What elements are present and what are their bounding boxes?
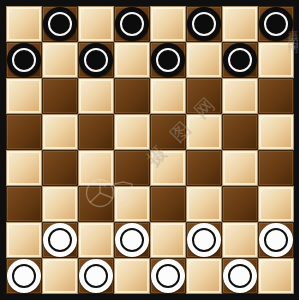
square-d5[interactable] [114,114,150,150]
square-b5[interactable] [42,114,78,150]
piece-ring [264,12,288,36]
square-h5[interactable] [258,114,294,150]
white-piece[interactable] [43,223,77,257]
piece-ring [228,264,252,288]
black-piece[interactable] [79,43,113,77]
square-e6[interactable] [150,78,186,114]
black-piece[interactable] [7,43,41,77]
piece-ring [192,12,216,36]
square-g8[interactable] [222,6,258,42]
square-d4[interactable] [114,150,150,186]
white-piece[interactable] [259,223,293,257]
piece-ring [120,12,144,36]
square-h3[interactable] [258,186,294,222]
square-b1[interactable] [42,258,78,294]
square-h4[interactable] [258,150,294,186]
square-e8[interactable] [150,6,186,42]
board-frame: 摄图网 摄图网 [0,0,299,300]
white-piece[interactable] [115,223,149,257]
piece-ring [84,264,108,288]
square-c3[interactable] [78,186,114,222]
square-a3[interactable] [6,186,42,222]
square-c8[interactable] [78,6,114,42]
black-piece[interactable] [259,7,293,41]
square-a7[interactable] [6,42,42,78]
square-b6[interactable] [42,78,78,114]
white-piece[interactable] [187,223,221,257]
piece-ring [228,48,252,72]
square-d7[interactable] [114,42,150,78]
square-g1[interactable] [222,258,258,294]
square-b3[interactable] [42,186,78,222]
black-piece[interactable] [151,43,185,77]
square-c1[interactable] [78,258,114,294]
square-a4[interactable] [6,150,42,186]
square-f3[interactable] [186,186,222,222]
piece-ring [84,48,108,72]
white-piece[interactable] [79,259,113,293]
square-g6[interactable] [222,78,258,114]
square-f6[interactable] [186,78,222,114]
square-d6[interactable] [114,78,150,114]
square-e7[interactable] [150,42,186,78]
square-a8[interactable] [6,6,42,42]
white-piece[interactable] [151,259,185,293]
piece-ring [48,228,72,252]
black-piece[interactable] [223,43,257,77]
piece-ring [12,48,36,72]
square-d8[interactable] [114,6,150,42]
checkers-board [6,6,294,294]
square-c6[interactable] [78,78,114,114]
black-piece[interactable] [115,7,149,41]
square-b8[interactable] [42,6,78,42]
piece-ring [264,228,288,252]
piece-ring [156,48,180,72]
square-g4[interactable] [222,150,258,186]
square-e5[interactable] [150,114,186,150]
square-a6[interactable] [6,78,42,114]
square-f2[interactable] [186,222,222,258]
square-h2[interactable] [258,222,294,258]
square-g7[interactable] [222,42,258,78]
square-e2[interactable] [150,222,186,258]
square-a1[interactable] [6,258,42,294]
square-e3[interactable] [150,186,186,222]
square-f7[interactable] [186,42,222,78]
square-g3[interactable] [222,186,258,222]
square-c2[interactable] [78,222,114,258]
square-f5[interactable] [186,114,222,150]
square-f4[interactable] [186,150,222,186]
square-d2[interactable] [114,222,150,258]
square-h8[interactable] [258,6,294,42]
square-c5[interactable] [78,114,114,150]
square-e1[interactable] [150,258,186,294]
square-h6[interactable] [258,78,294,114]
white-piece[interactable] [7,259,41,293]
square-c7[interactable] [78,42,114,78]
square-g2[interactable] [222,222,258,258]
square-b4[interactable] [42,150,78,186]
piece-ring [192,228,216,252]
white-piece[interactable] [223,259,257,293]
piece-ring [156,264,180,288]
square-a2[interactable] [6,222,42,258]
square-g5[interactable] [222,114,258,150]
black-piece[interactable] [187,7,221,41]
square-h1[interactable] [258,258,294,294]
square-a5[interactable] [6,114,42,150]
square-b7[interactable] [42,42,78,78]
square-f8[interactable] [186,6,222,42]
square-f1[interactable] [186,258,222,294]
square-d3[interactable] [114,186,150,222]
square-c4[interactable] [78,150,114,186]
piece-ring [120,228,144,252]
square-e4[interactable] [150,150,186,186]
square-h7[interactable] [258,42,294,78]
square-d1[interactable] [114,258,150,294]
square-b2[interactable] [42,222,78,258]
piece-ring [48,12,72,36]
black-piece[interactable] [43,7,77,41]
piece-ring [12,264,36,288]
